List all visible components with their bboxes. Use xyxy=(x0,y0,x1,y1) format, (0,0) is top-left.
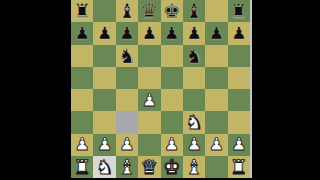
square-f3[interactable]: ♞ xyxy=(183,111,205,133)
square-b7[interactable]: ♟ xyxy=(93,22,115,44)
square-a2[interactable]: ♟ xyxy=(71,134,93,156)
white-rook-icon: ♜ xyxy=(230,156,248,176)
square-f5[interactable] xyxy=(183,67,205,89)
square-f8[interactable]: ♝ xyxy=(183,0,205,22)
square-e4[interactable] xyxy=(161,89,183,111)
square-f6[interactable]: ♞ xyxy=(183,45,205,67)
square-b4[interactable] xyxy=(93,89,115,111)
white-pawn-icon: ♟ xyxy=(142,91,157,108)
square-a3[interactable] xyxy=(71,111,93,133)
square-h7[interactable]: ♟ xyxy=(228,22,250,44)
black-pawn-icon: ♟ xyxy=(119,24,134,41)
white-pawn-icon: ♟ xyxy=(231,136,246,153)
square-e3[interactable] xyxy=(161,111,183,133)
square-b3[interactable] xyxy=(93,111,115,133)
square-h4[interactable] xyxy=(228,89,250,111)
square-d4[interactable]: ♟ xyxy=(138,89,160,111)
square-d2[interactable] xyxy=(138,134,160,156)
square-e1[interactable]: ♚ xyxy=(161,156,183,178)
white-knight-icon: ♞ xyxy=(185,112,203,132)
letterbox-left xyxy=(0,0,71,180)
square-d8[interactable]: ♛ xyxy=(138,0,160,22)
square-e2[interactable]: ♟ xyxy=(161,134,183,156)
square-f7[interactable]: ♟ xyxy=(183,22,205,44)
black-pawn-icon: ♟ xyxy=(231,24,246,41)
square-d6[interactable] xyxy=(138,45,160,67)
square-h2[interactable]: ♟ xyxy=(228,134,250,156)
black-king-icon: ♚ xyxy=(163,1,181,21)
white-pawn-icon: ♟ xyxy=(97,136,112,153)
white-knight-icon: ♞ xyxy=(96,156,114,176)
black-pawn-icon: ♟ xyxy=(75,24,90,41)
square-a6[interactable] xyxy=(71,45,93,67)
square-g3[interactable] xyxy=(205,111,227,133)
square-h1[interactable]: ♜ xyxy=(228,156,250,178)
white-pawn-icon: ♟ xyxy=(119,136,134,153)
square-b6[interactable] xyxy=(93,45,115,67)
square-b2[interactable]: ♟ xyxy=(93,134,115,156)
white-bishop-icon: ♝ xyxy=(185,156,203,176)
square-d7[interactable]: ♟ xyxy=(138,22,160,44)
black-knight-icon: ♞ xyxy=(185,45,203,65)
square-e7[interactable]: ♟ xyxy=(161,22,183,44)
square-e8[interactable]: ♚ xyxy=(161,0,183,22)
black-rook-icon: ♜ xyxy=(230,1,248,21)
square-e6[interactable] xyxy=(161,45,183,67)
square-h5[interactable] xyxy=(228,67,250,89)
square-g4[interactable] xyxy=(205,89,227,111)
square-c5[interactable] xyxy=(116,67,138,89)
square-g7[interactable]: ♟ xyxy=(205,22,227,44)
square-d5[interactable] xyxy=(138,67,160,89)
square-g8[interactable] xyxy=(205,0,227,22)
white-king-icon: ♚ xyxy=(163,156,181,176)
square-h8[interactable]: ♜ xyxy=(228,0,250,22)
black-pawn-icon: ♟ xyxy=(209,24,224,41)
square-b5[interactable] xyxy=(93,67,115,89)
square-b8[interactable] xyxy=(93,0,115,22)
square-g6[interactable] xyxy=(205,45,227,67)
square-h3[interactable] xyxy=(228,111,250,133)
black-pawn-icon: ♟ xyxy=(164,24,179,41)
black-queen-icon: ♛ xyxy=(140,1,158,21)
white-pawn-icon: ♟ xyxy=(75,136,90,153)
black-pawn-icon: ♟ xyxy=(97,24,112,41)
square-c3[interactable] xyxy=(116,111,138,133)
letterbox-right xyxy=(251,0,320,180)
square-b1[interactable]: ♞ xyxy=(93,156,115,178)
square-c4[interactable] xyxy=(116,89,138,111)
white-rook-icon: ♜ xyxy=(73,156,91,176)
square-g1[interactable] xyxy=(205,156,227,178)
white-pawn-icon: ♟ xyxy=(186,136,201,153)
square-d3[interactable] xyxy=(138,111,160,133)
white-pawn-icon: ♟ xyxy=(164,136,179,153)
white-bishop-icon: ♝ xyxy=(118,156,136,176)
chess-app-viewport: ♜♝♛♚♝♜♟♟♟♟♟♟♟♟♞♞♟♞♟♟♟♟♟♟♟♜♞♝♛♚♝♜ xyxy=(0,0,320,180)
square-c2[interactable]: ♟ xyxy=(116,134,138,156)
white-queen-icon: ♛ xyxy=(140,156,158,176)
square-c1[interactable]: ♝ xyxy=(116,156,138,178)
square-d1[interactable]: ♛ xyxy=(138,156,160,178)
square-g2[interactable]: ♟ xyxy=(205,134,227,156)
square-h6[interactable] xyxy=(228,45,250,67)
square-c8[interactable]: ♝ xyxy=(116,0,138,22)
white-pawn-icon: ♟ xyxy=(209,136,224,153)
square-f2[interactable]: ♟ xyxy=(183,134,205,156)
chess-board: ♜♝♛♚♝♜♟♟♟♟♟♟♟♟♞♞♟♞♟♟♟♟♟♟♟♜♞♝♛♚♝♜ xyxy=(71,0,252,178)
square-e5[interactable] xyxy=(161,67,183,89)
black-bishop-icon: ♝ xyxy=(118,1,136,21)
black-bishop-icon: ♝ xyxy=(185,1,203,21)
square-a4[interactable] xyxy=(71,89,93,111)
square-f4[interactable] xyxy=(183,89,205,111)
black-pawn-icon: ♟ xyxy=(186,24,201,41)
black-knight-icon: ♞ xyxy=(118,45,136,65)
black-rook-icon: ♜ xyxy=(73,1,91,21)
square-a7[interactable]: ♟ xyxy=(71,22,93,44)
square-c6[interactable]: ♞ xyxy=(116,45,138,67)
square-f1[interactable]: ♝ xyxy=(183,156,205,178)
square-g5[interactable] xyxy=(205,67,227,89)
square-a5[interactable] xyxy=(71,67,93,89)
black-pawn-icon: ♟ xyxy=(142,24,157,41)
square-a8[interactable]: ♜ xyxy=(71,0,93,22)
square-c7[interactable]: ♟ xyxy=(116,22,138,44)
square-a1[interactable]: ♜ xyxy=(71,156,93,178)
